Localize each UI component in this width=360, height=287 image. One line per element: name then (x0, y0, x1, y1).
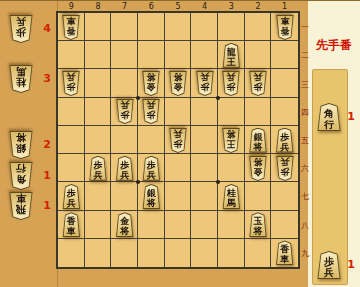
piece-歩兵[interactable]: 歩兵 (317, 251, 341, 279)
square-45[interactable] (191, 126, 218, 154)
rank-label-1: 一 (299, 22, 311, 33)
file-label-1: 1 (277, 2, 293, 11)
square-85[interactable] (85, 126, 112, 154)
square-71[interactable] (111, 13, 138, 41)
square-54[interactable] (165, 98, 192, 126)
gote-hand-count-銀将: 2 (41, 138, 53, 151)
piece-銀将-25[interactable]: 銀将 (249, 128, 267, 153)
piece-歩兵-76[interactable]: 歩兵 (116, 156, 134, 181)
square-44[interactable] (191, 98, 218, 126)
square-73[interactable] (111, 69, 138, 97)
file-label-5: 5 (170, 2, 186, 11)
square-22[interactable] (245, 41, 272, 69)
rank-label-2: 二 (299, 50, 311, 61)
file-label-7: 7 (117, 2, 133, 11)
rank-label-9: 九 (299, 248, 311, 259)
square-82[interactable] (85, 41, 112, 69)
piece-桂馬[interactable]: 桂馬 (9, 65, 33, 93)
piece-香車-98[interactable]: 香車 (62, 212, 80, 237)
square-58[interactable] (165, 211, 192, 239)
file-label-8: 8 (90, 2, 106, 11)
square-51[interactable] (165, 13, 192, 41)
gote-hand-count-桂馬: 3 (41, 72, 53, 85)
piece-銀将[interactable]: 銀将 (9, 131, 33, 159)
square-77[interactable] (111, 182, 138, 210)
piece-角行[interactable]: 角行 (9, 162, 33, 190)
piece-王将-35[interactable]: 王将 (222, 128, 240, 153)
square-57[interactable] (165, 182, 192, 210)
square-75[interactable] (111, 126, 138, 154)
piece-香車-91[interactable]: 香車 (62, 15, 80, 40)
square-49[interactable] (191, 239, 218, 267)
square-95[interactable] (58, 126, 85, 154)
piece-歩兵-16[interactable]: 歩兵 (276, 156, 294, 181)
square-96[interactable] (58, 154, 85, 182)
file-label-9: 9 (63, 2, 79, 11)
sente-hand-count-歩兵: 1 (345, 258, 357, 271)
piece-歩兵-33[interactable]: 歩兵 (222, 71, 240, 96)
square-68[interactable] (138, 211, 165, 239)
square-84[interactable] (85, 98, 112, 126)
gote-hand-count-角行: 1 (41, 169, 53, 182)
piece-歩兵[interactable]: 歩兵 (9, 15, 33, 43)
piece-歩兵-93[interactable]: 歩兵 (62, 71, 80, 96)
square-39[interactable] (218, 239, 245, 267)
square-65[interactable] (138, 126, 165, 154)
square-46[interactable] (191, 154, 218, 182)
square-61[interactable] (138, 13, 165, 41)
square-34[interactable] (218, 98, 245, 126)
square-83[interactable] (85, 69, 112, 97)
rank-label-6: 六 (299, 163, 311, 174)
turn-indicator: 先手番 (308, 37, 360, 54)
piece-角行[interactable]: 角行 (317, 103, 341, 131)
square-88[interactable] (85, 211, 112, 239)
rank-label-7: 七 (299, 191, 311, 202)
file-label-4: 4 (197, 2, 213, 11)
piece-玉将-28[interactable]: 玉将 (249, 212, 267, 237)
gote-hand-count-飛車: 1 (41, 199, 53, 212)
square-12[interactable] (271, 41, 298, 69)
piece-歩兵-15[interactable]: 歩兵 (276, 128, 294, 153)
hoshi-dot (136, 96, 140, 100)
square-47[interactable] (191, 182, 218, 210)
piece-金将-26[interactable]: 金将 (249, 156, 267, 181)
square-36[interactable] (218, 154, 245, 182)
piece-歩兵-55[interactable]: 歩兵 (169, 128, 187, 153)
square-42[interactable] (191, 41, 218, 69)
piece-歩兵-43[interactable]: 歩兵 (196, 71, 214, 96)
square-41[interactable] (191, 13, 218, 41)
piece-歩兵-74[interactable]: 歩兵 (116, 99, 134, 124)
square-14[interactable] (271, 98, 298, 126)
square-72[interactable] (111, 41, 138, 69)
piece-香車-11[interactable]: 香車 (276, 15, 294, 40)
square-27[interactable] (245, 182, 272, 210)
piece-歩兵-97[interactable]: 歩兵 (62, 184, 80, 209)
square-17[interactable] (271, 182, 298, 210)
rank-label-8: 八 (299, 220, 311, 231)
square-21[interactable] (245, 13, 272, 41)
square-52[interactable] (165, 41, 192, 69)
square-99[interactable] (58, 239, 85, 267)
shogi-board: 香車香車龍王歩兵金将金将歩兵歩兵歩兵歩兵歩兵歩兵王将銀将歩兵歩兵歩兵歩兵金将歩兵… (56, 11, 300, 269)
square-38[interactable] (218, 211, 245, 239)
sente-hand-count-角行: 1 (345, 110, 357, 123)
piece-歩兵-64[interactable]: 歩兵 (142, 99, 160, 124)
rank-label-3: 三 (299, 79, 311, 90)
hoshi-dot (216, 96, 220, 100)
square-59[interactable] (165, 239, 192, 267)
square-48[interactable] (191, 211, 218, 239)
rank-label-4: 四 (299, 107, 311, 118)
file-label-6: 6 (143, 2, 159, 11)
square-56[interactable] (165, 154, 192, 182)
piece-歩兵-86[interactable]: 歩兵 (89, 156, 107, 181)
square-29[interactable] (245, 239, 272, 267)
gote-hand-count-歩兵: 4 (41, 22, 53, 35)
piece-歩兵-23[interactable]: 歩兵 (249, 71, 267, 96)
square-94[interactable] (58, 98, 85, 126)
square-79[interactable] (111, 239, 138, 267)
piece-飛車[interactable]: 飛車 (9, 192, 33, 220)
piece-桂馬-37[interactable]: 桂馬 (222, 184, 240, 209)
piece-銀将-67[interactable]: 銀将 (142, 184, 160, 209)
shogi-app-window: 先手番 香車香車龍王歩兵金将金将歩兵歩兵歩兵歩兵歩兵歩兵王将銀将歩兵歩兵歩兵歩兵… (0, 0, 360, 287)
square-87[interactable] (85, 182, 112, 210)
square-81[interactable] (85, 13, 112, 41)
piece-金将-53[interactable]: 金将 (169, 71, 187, 96)
square-24[interactable] (245, 98, 272, 126)
piece-歩兵-66[interactable]: 歩兵 (142, 156, 160, 181)
square-13[interactable] (271, 69, 298, 97)
square-69[interactable] (138, 239, 165, 267)
piece-金将-78[interactable]: 金将 (116, 212, 134, 237)
piece-金将-63[interactable]: 金将 (142, 71, 160, 96)
piece-香車-19[interactable]: 香車 (276, 240, 294, 265)
piece-龍王-32[interactable]: 龍王 (222, 43, 240, 68)
square-62[interactable] (138, 41, 165, 69)
square-89[interactable] (85, 239, 112, 267)
file-label-3: 3 (223, 2, 239, 11)
square-92[interactable] (58, 41, 85, 69)
square-18[interactable] (271, 211, 298, 239)
square-31[interactable] (218, 13, 245, 41)
file-label-2: 2 (250, 2, 266, 11)
rank-label-5: 五 (299, 135, 311, 146)
